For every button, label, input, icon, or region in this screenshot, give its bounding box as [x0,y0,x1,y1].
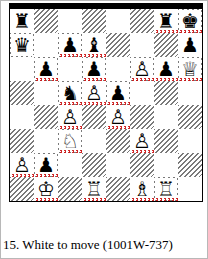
square-h8: ♚ [178,9,202,33]
board-frame: ♜♜♚♛♟♝♟♟♟♙♟♕♞♙♟♙♙♘♙♙♟♔♖♗♖ [9,3,203,202]
square-c5: ♞ [58,81,82,105]
square-g7 [154,33,178,57]
piece-black-pawn: ♟ [59,34,81,56]
red-squiggle-underline [154,198,178,201]
red-squiggle-underline [130,198,154,201]
square-c3: ♘ [58,129,82,153]
piece-white-pawn: ♙ [11,154,33,176]
square-d5: ♙ [82,81,106,105]
piece-white-queen: ♕ [179,58,201,80]
piece-black-pawn: ♟ [107,82,129,104]
red-squiggle-underline [58,102,82,105]
square-a7: ♛ [10,33,34,57]
square-a5 [10,81,34,105]
square-f2 [130,153,154,177]
piece-black-pawn: ♟ [179,34,201,56]
square-f3: ♙ [130,129,154,153]
square-g4 [154,105,178,129]
square-b3 [34,129,58,153]
chess-board: ♜♜♚♛♟♝♟♟♟♙♟♕♞♙♟♙♙♘♙♙♟♔♖♗♖ [10,9,202,201]
square-a4 [10,105,34,129]
square-a6 [10,57,34,81]
square-f7 [130,33,154,57]
piece-black-rook: ♜ [11,10,33,32]
piece-white-rook: ♖ [83,178,105,200]
red-squiggle-underline [154,30,178,33]
square-e8 [106,9,130,33]
square-c4: ♙ [58,105,82,129]
red-squiggle-underline [82,78,106,81]
red-squiggle-underline [82,54,106,57]
square-c7: ♟ [58,33,82,57]
square-f4 [130,105,154,129]
square-c2 [58,153,82,177]
red-squiggle-underline [10,174,34,177]
chess-diagram-page: ♜♜♚♛♟♝♟♟♟♙♟♕♞♙♟♙♙♘♙♙♟♔♖♗♖ 15. White to m… [0,0,208,259]
square-f8 [130,9,154,33]
square-h4 [178,105,202,129]
square-a2: ♙ [10,153,34,177]
square-e5: ♟ [106,81,130,105]
red-squiggle-underline [34,174,58,177]
square-c6 [58,57,82,81]
piece-black-pawn: ♟ [35,58,57,80]
square-d3 [82,129,106,153]
piece-black-pawn: ♟ [83,58,105,80]
piece-white-pawn: ♙ [131,130,153,152]
piece-white-bishop: ♗ [131,178,153,200]
piece-white-rook: ♖ [155,178,177,200]
square-c1 [58,177,82,201]
square-g2 [154,153,178,177]
square-f6: ♙ [130,57,154,81]
piece-black-rook: ♜ [155,10,177,32]
square-a1 [10,177,34,201]
square-e7 [106,33,130,57]
piece-black-king: ♚ [179,10,201,32]
square-a3 [10,129,34,153]
square-d1: ♖ [82,177,106,201]
square-e2 [106,153,130,177]
square-h7: ♟ [178,33,202,57]
red-squiggle-underline [58,54,82,57]
square-g8: ♜ [154,9,178,33]
square-f5 [130,81,154,105]
red-squiggle-underline [178,78,202,81]
square-d6: ♟ [82,57,106,81]
square-e4: ♙ [106,105,130,129]
piece-white-pawn: ♙ [83,82,105,104]
piece-black-queen: ♛ [11,34,33,56]
red-squiggle-underline [58,126,82,129]
square-b8 [34,9,58,33]
square-d2 [82,153,106,177]
square-b7 [34,33,58,57]
square-b4 [34,105,58,129]
red-squiggle-underline [34,198,58,201]
square-b2: ♟ [34,153,58,177]
square-g1: ♖ [154,177,178,201]
piece-white-pawn: ♙ [131,58,153,80]
red-squiggle-underline [178,30,202,33]
square-g6: ♟ [154,57,178,81]
square-b6: ♟ [34,57,58,81]
red-squiggle-underline [34,78,58,81]
red-squiggle-underline [130,78,154,81]
square-g5 [154,81,178,105]
square-g3 [154,129,178,153]
square-c8 [58,9,82,33]
piece-black-bishop: ♝ [83,34,105,56]
piece-white-knight: ♘ [59,130,81,152]
square-h5 [178,81,202,105]
piece-black-pawn: ♟ [35,154,57,176]
square-d8 [82,9,106,33]
piece-black-knight: ♞ [59,82,81,104]
square-h2 [178,153,202,177]
square-h6: ♕ [178,57,202,81]
diagram-caption: 15. White to move (1001W-737) [3,237,207,253]
square-e1 [106,177,130,201]
square-h1 [178,177,202,201]
square-f1: ♗ [130,177,154,201]
square-b5 [34,81,58,105]
piece-black-pawn: ♟ [155,58,177,80]
square-e3 [106,129,130,153]
square-a8: ♜ [10,9,34,33]
square-h3 [178,129,202,153]
square-b1: ♔ [34,177,58,201]
square-d7: ♝ [82,33,106,57]
red-squiggle-underline [106,102,130,105]
red-squiggle-underline [106,126,130,129]
red-squiggle-underline [58,150,82,153]
square-d4 [82,105,106,129]
piece-white-pawn: ♙ [59,106,81,128]
piece-white-king: ♔ [35,178,57,200]
piece-white-pawn: ♙ [107,106,129,128]
square-e6 [106,57,130,81]
red-squiggle-underline [130,150,154,153]
red-squiggle-underline [82,102,106,105]
red-squiggle-underline [82,198,106,201]
red-squiggle-underline [154,78,178,81]
